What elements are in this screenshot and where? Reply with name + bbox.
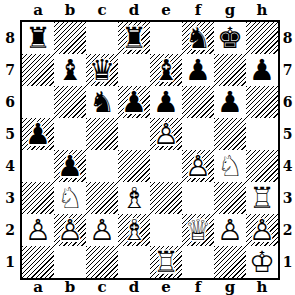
- file-labels-bottom: abcdefgh: [22, 280, 278, 295]
- square-e3[interactable]: [150, 182, 182, 214]
- rank-labels-left: 87654321: [0, 22, 20, 278]
- square-g7[interactable]: [214, 54, 246, 86]
- piece-glyph: ♜: [118, 22, 150, 54]
- file-label-g: g: [214, 280, 246, 295]
- rank-label-4: 4: [280, 150, 295, 182]
- piece-black-queen[interactable]: ♛♛: [86, 54, 118, 86]
- square-f5[interactable]: [182, 118, 214, 150]
- square-a3[interactable]: [22, 182, 54, 214]
- square-f1[interactable]: [182, 246, 214, 278]
- file-label-c: c: [86, 1, 118, 19]
- rank-label-1: 1: [0, 246, 20, 278]
- rank-label-6: 6: [0, 86, 20, 118]
- piece-glyph: ♕: [182, 214, 214, 246]
- rank-label-7: 7: [280, 54, 295, 86]
- file-labels-top: abcdefgh: [22, 1, 278, 19]
- square-h3[interactable]: ♜♖: [246, 182, 278, 214]
- square-c6[interactable]: ♞♞: [86, 86, 118, 118]
- file-label-d: d: [118, 280, 150, 295]
- piece-glyph: ♜: [22, 22, 54, 54]
- square-h1[interactable]: ♚♔: [246, 246, 278, 278]
- piece-glyph: ♛: [86, 54, 118, 86]
- file-label-f: f: [182, 280, 214, 295]
- square-f7[interactable]: ♟♟: [182, 54, 214, 86]
- square-a8[interactable]: ♜♜: [22, 22, 54, 54]
- piece-white-pawn[interactable]: ♟♙: [246, 214, 278, 246]
- piece-glyph: ♗: [118, 214, 150, 246]
- piece-glyph: ♝: [150, 54, 182, 86]
- piece-glyph: ♙: [182, 150, 214, 182]
- piece-black-knight[interactable]: ♞♞: [182, 22, 214, 54]
- piece-glyph: ♙: [150, 118, 182, 150]
- square-f8[interactable]: ♞♞: [182, 22, 214, 54]
- square-b3[interactable]: ♞♘: [54, 182, 86, 214]
- square-d1[interactable]: [118, 246, 150, 278]
- square-a7[interactable]: [22, 54, 54, 86]
- piece-black-king[interactable]: ♚♚: [214, 22, 246, 54]
- piece-black-pawn[interactable]: ♟♟: [214, 86, 246, 118]
- rank-label-6: 6: [280, 86, 295, 118]
- piece-glyph: ♙: [86, 214, 118, 246]
- square-b5[interactable]: [54, 118, 86, 150]
- board: ♜♜♜♜♞♞♚♚♝♝♛♛♝♝♟♟♟♟♞♞♟♟♟♟♟♟♟♟♟♙♟♟♟♙♞♘♞♘♝♗…: [20, 20, 280, 280]
- square-g8[interactable]: ♚♚: [214, 22, 246, 54]
- square-g4[interactable]: ♞♘: [214, 150, 246, 182]
- file-label-e: e: [150, 280, 182, 295]
- rank-label-4: 4: [0, 150, 20, 182]
- square-c4[interactable]: [86, 150, 118, 182]
- piece-glyph: ♟: [118, 86, 150, 118]
- square-c5[interactable]: [86, 118, 118, 150]
- square-h7[interactable]: ♟♟: [246, 54, 278, 86]
- piece-glyph: ♖: [246, 182, 278, 214]
- piece-glyph: ♗: [118, 182, 150, 214]
- file-label-a: a: [22, 280, 54, 295]
- square-h6[interactable]: [246, 86, 278, 118]
- piece-glyph: ♚: [214, 22, 246, 54]
- square-c1[interactable]: [86, 246, 118, 278]
- piece-white-knight[interactable]: ♞♘: [54, 182, 86, 214]
- square-b8[interactable]: [54, 22, 86, 54]
- square-g3[interactable]: [214, 182, 246, 214]
- rank-label-1: 1: [280, 246, 295, 278]
- piece-black-bishop[interactable]: ♝♝: [150, 54, 182, 86]
- square-g1[interactable]: [214, 246, 246, 278]
- square-e1[interactable]: ♜♖: [150, 246, 182, 278]
- piece-glyph: ♞: [182, 22, 214, 54]
- file-label-d: d: [118, 1, 150, 19]
- piece-glyph: ♟: [214, 86, 246, 118]
- file-label-b: b: [54, 280, 86, 295]
- file-label-a: a: [22, 1, 54, 19]
- square-a4[interactable]: [22, 150, 54, 182]
- square-e5[interactable]: ♟♙: [150, 118, 182, 150]
- piece-white-queen[interactable]: ♛♕: [182, 214, 214, 246]
- file-label-f: f: [182, 1, 214, 19]
- piece-glyph: ♙: [246, 214, 278, 246]
- square-d2[interactable]: ♝♗: [118, 214, 150, 246]
- piece-glyph: ♞: [86, 86, 118, 118]
- piece-white-pawn[interactable]: ♟♙: [214, 214, 246, 246]
- piece-glyph: ♙: [22, 214, 54, 246]
- rank-label-5: 5: [280, 118, 295, 150]
- piece-white-king[interactable]: ♚♔: [246, 246, 278, 278]
- piece-white-bishop[interactable]: ♝♗: [118, 182, 150, 214]
- piece-white-pawn[interactable]: ♟♙: [54, 214, 86, 246]
- rank-label-5: 5: [0, 118, 20, 150]
- square-a1[interactable]: [22, 246, 54, 278]
- square-d6[interactable]: ♟♟: [118, 86, 150, 118]
- piece-white-pawn[interactable]: ♟♙: [182, 150, 214, 182]
- piece-white-pawn[interactable]: ♟♙: [86, 214, 118, 246]
- square-c8[interactable]: [86, 22, 118, 54]
- file-label-g: g: [214, 1, 246, 19]
- piece-glyph: ♘: [54, 182, 86, 214]
- square-f2[interactable]: ♛♕: [182, 214, 214, 246]
- piece-white-pawn[interactable]: ♟♙: [22, 214, 54, 246]
- piece-white-pawn[interactable]: ♟♙: [150, 118, 182, 150]
- piece-white-bishop[interactable]: ♝♗: [118, 214, 150, 246]
- square-g2[interactable]: ♟♙: [214, 214, 246, 246]
- piece-white-knight[interactable]: ♞♘: [214, 150, 246, 182]
- piece-black-pawn[interactable]: ♟♟: [54, 150, 86, 182]
- square-e2[interactable]: [150, 214, 182, 246]
- square-f3[interactable]: [182, 182, 214, 214]
- rank-label-2: 2: [280, 214, 295, 246]
- file-label-c: c: [86, 280, 118, 295]
- piece-glyph: ♝: [54, 54, 86, 86]
- piece-glyph: ♟: [22, 118, 54, 150]
- piece-glyph: ♔: [246, 246, 278, 278]
- piece-black-rook[interactable]: ♜♜: [22, 22, 54, 54]
- square-b2[interactable]: ♟♙: [54, 214, 86, 246]
- square-h4[interactable]: [246, 150, 278, 182]
- square-d3[interactable]: ♝♗: [118, 182, 150, 214]
- square-b6[interactable]: [54, 86, 86, 118]
- square-f6[interactable]: [182, 86, 214, 118]
- square-c2[interactable]: ♟♙: [86, 214, 118, 246]
- file-label-e: e: [150, 1, 182, 19]
- file-label-h: h: [246, 1, 278, 19]
- piece-glyph: ♙: [214, 214, 246, 246]
- square-h2[interactable]: ♟♙: [246, 214, 278, 246]
- piece-glyph: ♘: [214, 150, 246, 182]
- piece-black-pawn[interactable]: ♟♟: [118, 86, 150, 118]
- square-b4[interactable]: ♟♟: [54, 150, 86, 182]
- piece-black-bishop[interactable]: ♝♝: [54, 54, 86, 86]
- square-a2[interactable]: ♟♙: [22, 214, 54, 246]
- square-h5[interactable]: [246, 118, 278, 150]
- chess-diagram: abcdefgh abcdefgh 87654321 87654321 ♜♜♜♜…: [0, 0, 295, 295]
- square-e6[interactable]: ♟♟: [150, 86, 182, 118]
- piece-glyph: ♟: [246, 54, 278, 86]
- square-a5[interactable]: ♟♟: [22, 118, 54, 150]
- file-label-h: h: [246, 280, 278, 295]
- piece-glyph: ♟: [54, 150, 86, 182]
- square-e7[interactable]: ♝♝: [150, 54, 182, 86]
- rank-label-2: 2: [0, 214, 20, 246]
- piece-black-pawn[interactable]: ♟♟: [182, 54, 214, 86]
- square-g6[interactable]: ♟♟: [214, 86, 246, 118]
- square-d8[interactable]: ♜♜: [118, 22, 150, 54]
- rank-label-3: 3: [0, 182, 20, 214]
- square-e4[interactable]: [150, 150, 182, 182]
- piece-black-pawn[interactable]: ♟♟: [150, 86, 182, 118]
- rank-label-3: 3: [280, 182, 295, 214]
- rank-label-7: 7: [0, 54, 20, 86]
- piece-white-rook[interactable]: ♜♖: [150, 246, 182, 278]
- piece-black-pawn[interactable]: ♟♟: [246, 54, 278, 86]
- piece-glyph: ♙: [54, 214, 86, 246]
- piece-black-rook[interactable]: ♜♜: [118, 22, 150, 54]
- square-c7[interactable]: ♛♛: [86, 54, 118, 86]
- square-h8[interactable]: [246, 22, 278, 54]
- square-e8[interactable]: [150, 22, 182, 54]
- square-g5[interactable]: [214, 118, 246, 150]
- square-d4[interactable]: [118, 150, 150, 182]
- square-b1[interactable]: [54, 246, 86, 278]
- square-c3[interactable]: [86, 182, 118, 214]
- square-f4[interactable]: ♟♙: [182, 150, 214, 182]
- file-label-b: b: [54, 1, 86, 19]
- piece-black-pawn[interactable]: ♟♟: [22, 118, 54, 150]
- square-b7[interactable]: ♝♝: [54, 54, 86, 86]
- rank-label-8: 8: [0, 22, 20, 54]
- square-a6[interactable]: [22, 86, 54, 118]
- piece-glyph: ♟: [150, 86, 182, 118]
- square-d5[interactable]: [118, 118, 150, 150]
- piece-black-knight[interactable]: ♞♞: [86, 86, 118, 118]
- rank-labels-right: 87654321: [280, 22, 295, 278]
- piece-glyph: ♖: [150, 246, 182, 278]
- piece-glyph: ♟: [182, 54, 214, 86]
- square-d7[interactable]: [118, 54, 150, 86]
- rank-label-8: 8: [280, 22, 295, 54]
- piece-white-rook[interactable]: ♜♖: [246, 182, 278, 214]
